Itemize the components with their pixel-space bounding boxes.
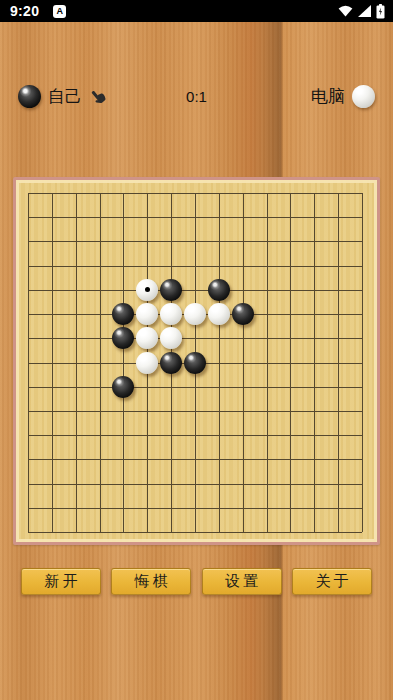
stone-black bbox=[160, 352, 182, 374]
grid-line bbox=[314, 193, 315, 532]
grid-line bbox=[28, 532, 362, 533]
self-black-stone-icon bbox=[18, 85, 41, 108]
stone-white bbox=[160, 327, 182, 349]
self-player-label: 自己 bbox=[48, 85, 82, 108]
hand-pointer-icon bbox=[89, 87, 107, 105]
stone-white bbox=[136, 279, 158, 301]
stone-black bbox=[208, 279, 230, 301]
stone-white bbox=[184, 303, 206, 325]
stone-black bbox=[112, 327, 134, 349]
stone-white bbox=[136, 303, 158, 325]
stone-white bbox=[136, 352, 158, 374]
grid-line bbox=[28, 411, 362, 412]
last-move-marker bbox=[145, 287, 150, 292]
grid-line bbox=[28, 459, 362, 460]
grid-line bbox=[28, 387, 362, 388]
ime-badge-icon: A bbox=[53, 5, 66, 18]
stone-white bbox=[160, 303, 182, 325]
stone-black bbox=[112, 303, 134, 325]
action-button-row: 新开 悔棋 设置 关于 bbox=[21, 568, 372, 595]
settings-button[interactable]: 设置 bbox=[202, 568, 282, 595]
grid-line bbox=[219, 193, 220, 532]
wifi-icon bbox=[338, 5, 353, 17]
status-bar: 9:20 A bbox=[0, 0, 393, 22]
stone-white bbox=[136, 327, 158, 349]
grid-line bbox=[243, 193, 244, 532]
grid-line bbox=[362, 193, 363, 532]
grid-line bbox=[28, 435, 362, 436]
clock: 9:20 bbox=[10, 3, 39, 19]
scoreboard: 自己 0:1 电脑 bbox=[0, 82, 393, 110]
stone-black bbox=[232, 303, 254, 325]
stone-black bbox=[184, 352, 206, 374]
app-background: 9:20 A 自己 bbox=[0, 0, 393, 700]
new-game-button[interactable]: 新开 bbox=[21, 568, 101, 595]
stone-white bbox=[208, 303, 230, 325]
computer-player-label: 电脑 bbox=[311, 85, 345, 108]
battery-charging-icon bbox=[376, 4, 385, 19]
stone-black bbox=[112, 376, 134, 398]
stone-black bbox=[160, 279, 182, 301]
grid-line bbox=[267, 193, 268, 532]
computer-white-stone-icon bbox=[352, 85, 375, 108]
grid-line bbox=[28, 508, 362, 509]
grid-line bbox=[28, 484, 362, 485]
game-board[interactable] bbox=[13, 177, 380, 545]
board-grid[interactable] bbox=[28, 193, 362, 532]
about-button[interactable]: 关于 bbox=[292, 568, 372, 595]
cellular-signal-icon bbox=[358, 5, 371, 17]
undo-move-button[interactable]: 悔棋 bbox=[111, 568, 191, 595]
grid-line bbox=[338, 193, 339, 532]
score-display: 0:1 bbox=[186, 88, 207, 105]
grid-line bbox=[290, 193, 291, 532]
